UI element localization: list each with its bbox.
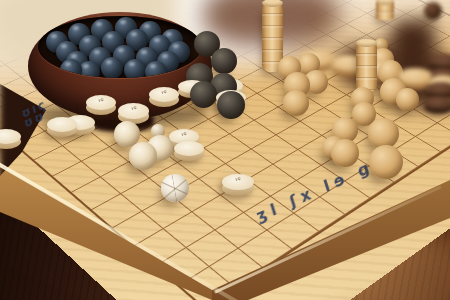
disc-engraving: ıɕ [160,89,167,96]
ball-piece-tan [283,90,309,116]
disc-engraving: ıɕ [234,176,241,183]
ball-piece-tan [369,145,403,179]
pieces-layer: ıɕıɕıɕıɕıɕıɕ [0,0,450,300]
ball-piece-tan [396,88,419,111]
disc-engraving: ıɕ [130,105,137,112]
disc-engraving: ıɕ [180,131,187,138]
ball-piece-pearl [161,174,189,202]
disc-piece-ivory: ıɕ [86,95,116,115]
disc-engraving: ıɕ [97,97,104,104]
disc-piece-ivory [47,117,77,137]
ball-piece-black [190,81,217,108]
ball-piece-ivory [129,142,157,170]
disc-piece-ivory: ıɕ [222,174,254,196]
cyl-piece-tan [376,0,394,20]
disc-piece-ivory [174,141,204,161]
disc-piece-ivory: ıɕ [149,87,179,107]
ball-piece-black [217,91,245,119]
ball-piece-black [211,48,237,74]
cyl-piece-tan [356,42,377,92]
ball-piece-tan [331,139,359,167]
ball-piece-dark [424,2,442,20]
disc-piece-ivory [0,129,21,149]
disc-piece-dark [424,96,450,114]
photo-frame: ʊıς ʊʊ ʒl ʃx lɘ ɡlɘ ıɕıɕıɕıɕıɕıɕ [0,0,450,300]
